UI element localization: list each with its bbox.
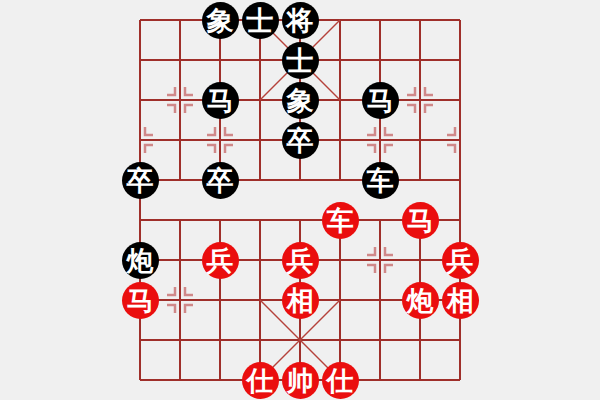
piece-red-advisor[interactable]: 仕 <box>322 362 359 399</box>
piece-red-elephant[interactable]: 相 <box>282 282 319 319</box>
piece-red-soldier[interactable]: 兵 <box>282 242 319 279</box>
piece-red-horse[interactable]: 马 <box>402 202 439 239</box>
piece-black-horse[interactable]: 马 <box>202 82 239 119</box>
piece-red-cannon[interactable]: 炮 <box>402 282 439 319</box>
piece-red-elephant[interactable]: 相 <box>442 282 479 319</box>
piece-red-advisor[interactable]: 仕 <box>242 362 279 399</box>
piece-black-general[interactable]: 将 <box>282 2 319 39</box>
piece-black-soldier[interactable]: 卒 <box>282 122 319 159</box>
piece-black-horse[interactable]: 马 <box>362 82 399 119</box>
piece-red-general[interactable]: 帅 <box>282 362 319 399</box>
piece-black-elephant[interactable]: 象 <box>282 82 319 119</box>
piece-red-chariot[interactable]: 车 <box>322 202 359 239</box>
piece-red-horse[interactable]: 马 <box>122 282 159 319</box>
piece-black-elephant[interactable]: 象 <box>202 2 239 39</box>
piece-black-cannon[interactable]: 炮 <box>122 242 159 279</box>
xiangqi-board[interactable]: 象士将士马象马卒卒卒车车马炮兵兵兵马相炮相仕帅仕 <box>0 0 600 400</box>
piece-black-soldier[interactable]: 卒 <box>202 162 239 199</box>
pieces-layer: 象士将士马象马卒卒卒车车马炮兵兵兵马相炮相仕帅仕 <box>0 0 600 400</box>
piece-black-chariot[interactable]: 车 <box>362 162 399 199</box>
piece-black-soldier[interactable]: 卒 <box>122 162 159 199</box>
piece-red-soldier[interactable]: 兵 <box>202 242 239 279</box>
piece-red-soldier[interactable]: 兵 <box>442 242 479 279</box>
piece-black-advisor[interactable]: 士 <box>282 42 319 79</box>
piece-black-advisor[interactable]: 士 <box>242 2 279 39</box>
